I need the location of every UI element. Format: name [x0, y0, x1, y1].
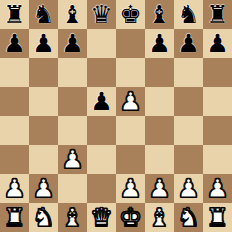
- square-h5[interactable]: [203, 87, 232, 116]
- piece-black-pawn[interactable]: ♟: [0, 29, 29, 58]
- piece-black-bishop[interactable]: ♝: [145, 0, 174, 29]
- piece-black-queen[interactable]: ♛: [87, 0, 116, 29]
- square-f7[interactable]: ♟: [145, 29, 174, 58]
- square-b2[interactable]: ♟: [29, 174, 58, 203]
- square-e7[interactable]: [116, 29, 145, 58]
- square-g3[interactable]: [174, 145, 203, 174]
- square-h1[interactable]: ♜: [203, 203, 232, 232]
- square-g2[interactable]: ♟: [174, 174, 203, 203]
- square-b4[interactable]: [29, 116, 58, 145]
- square-f8[interactable]: ♝: [145, 0, 174, 29]
- chess-board: ♜♞♝♛♚♝♞♜♟♟♟♟♟♟♟♟♟♟♟♟♟♟♟♜♞♝♛♚♝♞♜: [0, 0, 232, 232]
- piece-white-pawn[interactable]: ♟: [116, 174, 145, 203]
- square-e8[interactable]: ♚: [116, 0, 145, 29]
- square-h8[interactable]: ♜: [203, 0, 232, 29]
- square-d6[interactable]: [87, 58, 116, 87]
- square-e5[interactable]: ♟: [116, 87, 145, 116]
- piece-white-pawn[interactable]: ♟: [145, 174, 174, 203]
- square-e4[interactable]: [116, 116, 145, 145]
- piece-white-pawn[interactable]: ♟: [58, 145, 87, 174]
- square-f5[interactable]: [145, 87, 174, 116]
- piece-black-pawn[interactable]: ♟: [145, 29, 174, 58]
- square-h2[interactable]: ♟: [203, 174, 232, 203]
- square-d4[interactable]: [87, 116, 116, 145]
- square-f4[interactable]: [145, 116, 174, 145]
- square-f6[interactable]: [145, 58, 174, 87]
- square-b6[interactable]: [29, 58, 58, 87]
- square-h3[interactable]: [203, 145, 232, 174]
- piece-black-rook[interactable]: ♜: [203, 0, 232, 29]
- piece-white-pawn[interactable]: ♟: [116, 87, 145, 116]
- piece-white-pawn[interactable]: ♟: [174, 174, 203, 203]
- square-f3[interactable]: [145, 145, 174, 174]
- square-b1[interactable]: ♞: [29, 203, 58, 232]
- piece-white-bishop[interactable]: ♝: [145, 203, 174, 232]
- piece-white-bishop[interactable]: ♝: [58, 203, 87, 232]
- piece-black-pawn[interactable]: ♟: [87, 87, 116, 116]
- square-a6[interactable]: [0, 58, 29, 87]
- square-d3[interactable]: [87, 145, 116, 174]
- square-g8[interactable]: ♞: [174, 0, 203, 29]
- square-f2[interactable]: ♟: [145, 174, 174, 203]
- square-c4[interactable]: [58, 116, 87, 145]
- piece-black-pawn[interactable]: ♟: [58, 29, 87, 58]
- square-g5[interactable]: [174, 87, 203, 116]
- square-f1[interactable]: ♝: [145, 203, 174, 232]
- square-d5[interactable]: ♟: [87, 87, 116, 116]
- square-g1[interactable]: ♞: [174, 203, 203, 232]
- square-a7[interactable]: ♟: [0, 29, 29, 58]
- piece-black-pawn[interactable]: ♟: [174, 29, 203, 58]
- piece-white-pawn[interactable]: ♟: [29, 174, 58, 203]
- square-d1[interactable]: ♛: [87, 203, 116, 232]
- square-c7[interactable]: ♟: [58, 29, 87, 58]
- piece-black-pawn[interactable]: ♟: [203, 29, 232, 58]
- piece-black-pawn[interactable]: ♟: [29, 29, 58, 58]
- piece-black-knight[interactable]: ♞: [174, 0, 203, 29]
- square-h7[interactable]: ♟: [203, 29, 232, 58]
- piece-white-rook[interactable]: ♜: [0, 203, 29, 232]
- square-b5[interactable]: [29, 87, 58, 116]
- square-c5[interactable]: [58, 87, 87, 116]
- square-b3[interactable]: [29, 145, 58, 174]
- square-e1[interactable]: ♚: [116, 203, 145, 232]
- square-a3[interactable]: [0, 145, 29, 174]
- piece-black-king[interactable]: ♚: [116, 0, 145, 29]
- square-c8[interactable]: ♝: [58, 0, 87, 29]
- piece-white-king[interactable]: ♚: [116, 203, 145, 232]
- square-b8[interactable]: ♞: [29, 0, 58, 29]
- piece-white-knight[interactable]: ♞: [29, 203, 58, 232]
- piece-white-knight[interactable]: ♞: [174, 203, 203, 232]
- square-h6[interactable]: [203, 58, 232, 87]
- piece-black-rook[interactable]: ♜: [0, 0, 29, 29]
- square-e2[interactable]: ♟: [116, 174, 145, 203]
- square-d2[interactable]: [87, 174, 116, 203]
- square-h4[interactable]: [203, 116, 232, 145]
- square-g7[interactable]: ♟: [174, 29, 203, 58]
- square-a1[interactable]: ♜: [0, 203, 29, 232]
- square-c2[interactable]: [58, 174, 87, 203]
- square-c3[interactable]: ♟: [58, 145, 87, 174]
- square-a5[interactable]: [0, 87, 29, 116]
- piece-black-bishop[interactable]: ♝: [58, 0, 87, 29]
- piece-white-rook[interactable]: ♜: [203, 203, 232, 232]
- square-e6[interactable]: [116, 58, 145, 87]
- square-g4[interactable]: [174, 116, 203, 145]
- square-e3[interactable]: [116, 145, 145, 174]
- piece-white-queen[interactable]: ♛: [87, 203, 116, 232]
- square-c1[interactable]: ♝: [58, 203, 87, 232]
- square-c6[interactable]: [58, 58, 87, 87]
- square-d7[interactable]: [87, 29, 116, 58]
- piece-black-knight[interactable]: ♞: [29, 0, 58, 29]
- square-a8[interactable]: ♜: [0, 0, 29, 29]
- square-a4[interactable]: [0, 116, 29, 145]
- square-g6[interactable]: [174, 58, 203, 87]
- square-b7[interactable]: ♟: [29, 29, 58, 58]
- piece-white-pawn[interactable]: ♟: [203, 174, 232, 203]
- piece-white-pawn[interactable]: ♟: [0, 174, 29, 203]
- square-d8[interactable]: ♛: [87, 0, 116, 29]
- square-a2[interactable]: ♟: [0, 174, 29, 203]
